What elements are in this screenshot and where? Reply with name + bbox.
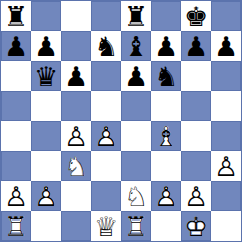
square-d6[interactable] xyxy=(91,61,121,91)
square-h3[interactable]: ♟♙ xyxy=(211,151,241,181)
square-d1[interactable]: ♛♕ xyxy=(91,211,121,241)
square-c5[interactable] xyxy=(61,91,91,121)
piece-black-bishop: ♝ xyxy=(122,32,150,60)
square-f5[interactable] xyxy=(151,91,181,121)
square-b4[interactable] xyxy=(31,121,61,151)
square-e7[interactable]: ♝ xyxy=(121,31,151,61)
piece-white-pawn: ♙ xyxy=(181,181,211,211)
square-f1[interactable] xyxy=(151,211,181,241)
square-c2[interactable] xyxy=(61,181,91,211)
square-h7[interactable]: ♟ xyxy=(211,31,241,61)
piece-black-pawn: ♟ xyxy=(151,31,181,61)
square-h8[interactable] xyxy=(211,1,241,31)
square-h2[interactable] xyxy=(211,181,241,211)
square-f8[interactable] xyxy=(151,1,181,31)
square-b6[interactable]: ♛ xyxy=(31,61,61,91)
square-g2[interactable]: ♟♙ xyxy=(181,181,211,211)
piece-white-queen: ♕ xyxy=(91,211,121,241)
square-g5[interactable] xyxy=(181,91,211,121)
piece-white-pawn: ♙ xyxy=(92,122,120,150)
piece-white-pawn: ♙ xyxy=(32,182,60,210)
square-g7[interactable]: ♟ xyxy=(181,31,211,61)
square-d7[interactable]: ♞ xyxy=(91,31,121,61)
piece-white-knight: ♘ xyxy=(121,181,151,211)
square-b7[interactable]: ♟ xyxy=(31,31,61,61)
piece-white-knight: ♘ xyxy=(62,152,90,180)
piece-black-pawn: ♟ xyxy=(2,32,30,60)
square-a2[interactable]: ♟♙ xyxy=(1,181,31,211)
square-e5[interactable] xyxy=(121,91,151,121)
square-d8[interactable] xyxy=(91,1,121,31)
square-e3[interactable] xyxy=(121,151,151,181)
square-c6[interactable]: ♟ xyxy=(61,61,91,91)
square-e6[interactable]: ♟ xyxy=(121,61,151,91)
piece-black-knight: ♞ xyxy=(91,31,121,61)
square-f7[interactable]: ♟ xyxy=(151,31,181,61)
piece-white-pawn: ♙ xyxy=(61,121,91,151)
square-e2[interactable]: ♞♘ xyxy=(121,181,151,211)
square-a7[interactable]: ♟ xyxy=(1,31,31,61)
square-f6[interactable]: ♞ xyxy=(151,61,181,91)
piece-black-knight: ♞ xyxy=(152,62,180,90)
square-a6[interactable] xyxy=(1,61,31,91)
square-b2[interactable]: ♟♙ xyxy=(31,181,61,211)
piece-white-bishop: ♗ xyxy=(152,122,180,150)
square-d4[interactable]: ♟♙ xyxy=(91,121,121,151)
square-d5[interactable] xyxy=(91,91,121,121)
piece-black-pawn: ♟ xyxy=(31,31,61,61)
piece-black-rook: ♜ xyxy=(1,1,31,31)
square-b8[interactable] xyxy=(31,1,61,31)
square-f2[interactable]: ♟♙ xyxy=(151,181,181,211)
square-a8[interactable]: ♜ xyxy=(1,1,31,31)
square-g4[interactable] xyxy=(181,121,211,151)
square-g6[interactable] xyxy=(181,61,211,91)
square-f4[interactable]: ♝♗ xyxy=(151,121,181,151)
square-h6[interactable] xyxy=(211,61,241,91)
chess-board: ♜♜♚♟♟♞♝♟♟♟♛♟♟♞♟♙♟♙♝♗♞♘♟♙♟♙♟♙♞♘♟♙♟♙♜♖♛♕♜♖… xyxy=(0,0,242,242)
piece-white-pawn: ♙ xyxy=(152,182,180,210)
square-h1[interactable] xyxy=(211,211,241,241)
square-c3[interactable]: ♞♘ xyxy=(61,151,91,181)
square-d2[interactable] xyxy=(91,181,121,211)
square-e1[interactable]: ♜♖ xyxy=(121,211,151,241)
square-a3[interactable] xyxy=(1,151,31,181)
square-b1[interactable] xyxy=(31,211,61,241)
square-h5[interactable] xyxy=(211,91,241,121)
piece-white-rook: ♖ xyxy=(122,212,150,240)
square-c8[interactable] xyxy=(61,1,91,31)
piece-black-pawn: ♟ xyxy=(182,32,210,60)
piece-white-pawn: ♙ xyxy=(211,151,241,181)
square-b5[interactable] xyxy=(31,91,61,121)
square-a1[interactable]: ♜♖ xyxy=(1,211,31,241)
square-c1[interactable] xyxy=(61,211,91,241)
piece-black-pawn: ♟ xyxy=(211,31,241,61)
square-e4[interactable] xyxy=(121,121,151,151)
square-g1[interactable]: ♚♔ xyxy=(181,211,211,241)
square-c7[interactable] xyxy=(61,31,91,61)
piece-white-king: ♔ xyxy=(182,212,210,240)
piece-black-pawn: ♟ xyxy=(61,61,91,91)
piece-white-pawn: ♙ xyxy=(1,181,31,211)
square-b3[interactable] xyxy=(31,151,61,181)
square-d3[interactable] xyxy=(91,151,121,181)
square-g3[interactable] xyxy=(181,151,211,181)
square-h4[interactable] xyxy=(211,121,241,151)
square-g8[interactable]: ♚ xyxy=(181,1,211,31)
square-e8[interactable]: ♜ xyxy=(121,1,151,31)
piece-black-king: ♚ xyxy=(181,1,211,31)
piece-black-pawn: ♟ xyxy=(121,61,151,91)
piece-black-rook: ♜ xyxy=(121,1,151,31)
square-a4[interactable] xyxy=(1,121,31,151)
square-f3[interactable] xyxy=(151,151,181,181)
piece-black-queen: ♛ xyxy=(32,62,60,90)
piece-white-rook: ♖ xyxy=(2,212,30,240)
square-c4[interactable]: ♟♙ xyxy=(61,121,91,151)
square-a5[interactable] xyxy=(1,91,31,121)
